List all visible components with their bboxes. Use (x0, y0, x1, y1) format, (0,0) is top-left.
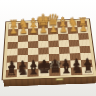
square-a2[interactable]: ♟ (77, 27, 88, 34)
piece-white-pawn[interactable]: ♟ (49, 25, 57, 34)
piece-black-knight[interactable]: ♞ (71, 62, 83, 75)
piece-white-pawn[interactable]: ♟ (9, 26, 17, 35)
piece-white-pawn[interactable]: ♟ (59, 24, 67, 33)
square-b2[interactable]: ♟ (68, 27, 79, 34)
square-g2[interactable]: ♟ (18, 29, 28, 36)
board-apron (3, 74, 96, 86)
piece-black-rook[interactable]: ♜ (82, 62, 93, 74)
chess-set-photo: ♜♞♝♚♛♝♞♜♟♟♟♟♟♟♟♟♟♟♟♟♟♟♟♟♜♞♝♚♛♝♞♜ (0, 0, 96, 96)
square-e5[interactable] (38, 47, 49, 54)
piece-white-pawn[interactable]: ♟ (29, 25, 37, 34)
piece-black-rook[interactable]: ♜ (6, 65, 17, 77)
square-e2[interactable]: ♟ (38, 28, 48, 35)
board-perspective-wrap: ♜♞♝♚♛♝♞♜♟♟♟♟♟♟♟♟♟♟♟♟♟♟♟♟♜♞♝♚♛♝♞♜ (0, 0, 96, 80)
square-f2[interactable]: ♟ (28, 29, 38, 36)
square-b5[interactable] (69, 46, 80, 53)
piece-white-pawn[interactable]: ♟ (79, 24, 87, 33)
square-d2[interactable]: ♟ (48, 28, 58, 35)
square-c2[interactable]: ♟ (58, 27, 68, 34)
square-h2[interactable]: ♟ (8, 29, 18, 36)
brass-plaque (55, 78, 63, 81)
piece-white-pawn[interactable]: ♟ (39, 25, 47, 34)
piece-white-pawn[interactable]: ♟ (69, 24, 77, 33)
board: ♜♞♝♚♛♝♞♜♟♟♟♟♟♟♟♟♟♟♟♟♟♟♟♟♜♞♝♚♛♝♞♜ (3, 19, 96, 80)
square-a5[interactable] (79, 46, 90, 53)
piece-white-pawn[interactable]: ♟ (19, 26, 27, 35)
